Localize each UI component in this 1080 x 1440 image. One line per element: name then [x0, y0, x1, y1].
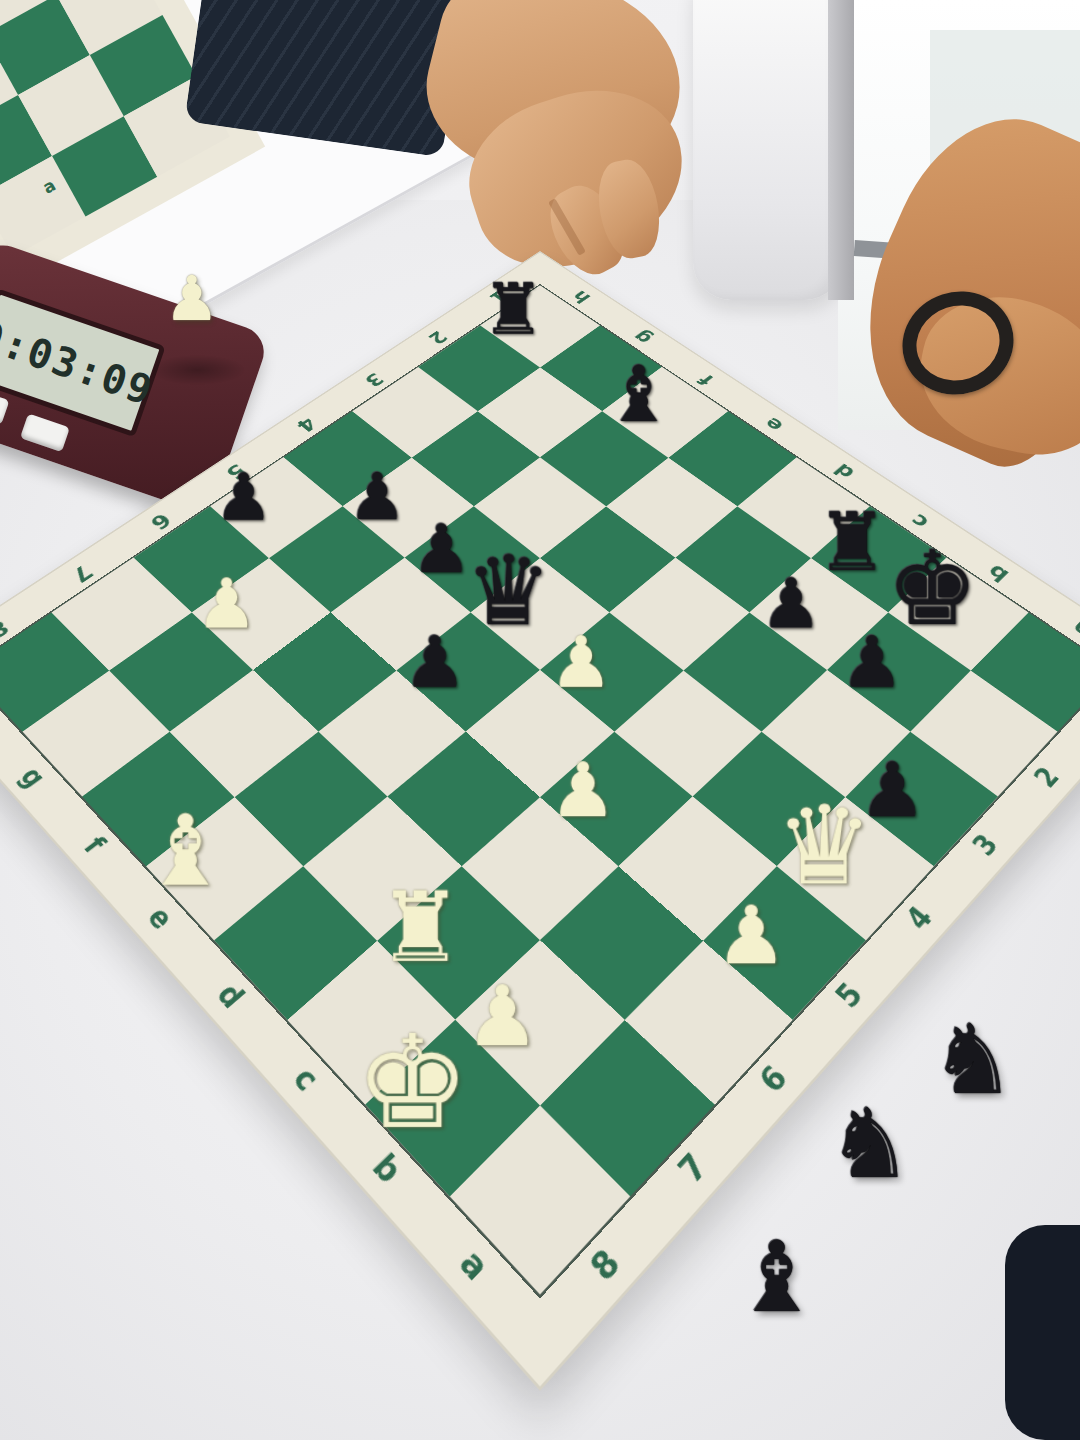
- piece-white-q-a4[interactable]: ♛: [776, 794, 874, 898]
- captured-black-n[interactable]: ♞: [930, 1012, 1016, 1108]
- square-b6[interactable]: [540, 866, 703, 1019]
- piece-white-p-g6[interactable]: ♟: [196, 572, 258, 637]
- piece-white-p-c5[interactable]: ♟: [549, 755, 617, 827]
- piece-black-b-f1[interactable]: ♝: [604, 357, 673, 431]
- chair-back: [693, 0, 843, 300]
- piece-black-p-c2[interactable]: ♟: [760, 572, 822, 637]
- captured-black-b[interactable]: ♝: [733, 1228, 821, 1326]
- piece-white-p-d4[interactable]: ♟: [549, 629, 613, 696]
- captured-white-p[interactable]: ♟: [164, 268, 220, 330]
- piece-black-p-f4[interactable]: ♟: [411, 518, 471, 582]
- captured-black-n[interactable]: ♞: [827, 1096, 913, 1192]
- piece-black-p-b2[interactable]: ♟: [840, 629, 904, 696]
- piece-white-k-b8[interactable]: ♚: [355, 1022, 470, 1144]
- player-knee: [1005, 1225, 1080, 1440]
- piece-black-r-c1[interactable]: ♜: [817, 505, 889, 581]
- piece-black-q-e4[interactable]: ♛: [466, 546, 552, 638]
- piece-black-p-e5[interactable]: ♟: [403, 629, 467, 696]
- pawn-shadow: [150, 355, 245, 385]
- piece-white-p-b7[interactable]: ♟: [465, 977, 540, 1056]
- piece-white-p-a5[interactable]: ♟: [716, 898, 788, 975]
- window-frame-bar: [828, 0, 854, 300]
- piece-black-p-g4[interactable]: ♟: [348, 467, 406, 529]
- piece-white-b-e8[interactable]: ♝: [141, 805, 229, 898]
- piece-white-r-c7[interactable]: ♜: [378, 882, 465, 974]
